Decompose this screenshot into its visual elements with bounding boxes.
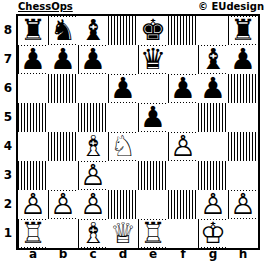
piece-black-pawn[interactable]: ♟ — [49, 46, 77, 73]
piece-black-rook[interactable]: ♜ — [19, 17, 47, 44]
piece-black-knight[interactable]: ♞ — [49, 17, 77, 44]
square-g6[interactable]: ♟ — [198, 74, 228, 103]
piece-black-pawn[interactable]: ♟ — [109, 75, 137, 102]
piece-black-pawn[interactable]: ♟ — [19, 46, 47, 73]
file-label-e: e — [138, 248, 168, 262]
square-e5[interactable]: ♟ — [138, 103, 168, 132]
rank-label-2: 2 — [0, 190, 16, 219]
square-b5[interactable] — [48, 103, 78, 132]
square-b3[interactable] — [48, 161, 78, 190]
chessops-window: ChessOps © EUdesign 87654321 ♜♞♝♚♜♟♟♟♛♝♟… — [0, 0, 270, 270]
square-e3[interactable] — [138, 161, 168, 190]
square-c2[interactable]: ♙ — [78, 190, 108, 219]
square-b1[interactable] — [48, 219, 78, 248]
rank-labels: 87654321 — [0, 16, 16, 248]
square-h1[interactable] — [228, 219, 258, 248]
square-f8[interactable] — [168, 16, 198, 45]
piece-white-pawn[interactable]: ♙ — [229, 191, 257, 218]
piece-white-queen[interactable]: ♕ — [109, 220, 137, 247]
rank-label-5: 5 — [0, 103, 16, 132]
square-c8[interactable]: ♝ — [78, 16, 108, 45]
square-a2[interactable]: ♙ — [18, 190, 48, 219]
piece-white-pawn[interactable]: ♙ — [49, 191, 77, 218]
square-b7[interactable]: ♟ — [48, 45, 78, 74]
square-e6[interactable] — [138, 74, 168, 103]
square-a8[interactable]: ♜ — [18, 16, 48, 45]
piece-white-pawn[interactable]: ♙ — [79, 191, 107, 218]
square-b8[interactable]: ♞ — [48, 16, 78, 45]
square-c4[interactable]: ♗ — [78, 132, 108, 161]
square-g2[interactable]: ♙ — [198, 190, 228, 219]
rank-label-3: 3 — [0, 161, 16, 190]
piece-black-pawn[interactable]: ♟ — [79, 46, 107, 73]
piece-black-king[interactable]: ♚ — [139, 17, 167, 44]
square-f1[interactable] — [168, 219, 198, 248]
file-label-a: a — [18, 248, 48, 262]
square-h2[interactable]: ♙ — [228, 190, 258, 219]
rank-label-7: 7 — [0, 45, 16, 74]
piece-white-pawn[interactable]: ♙ — [19, 191, 47, 218]
square-h4[interactable] — [228, 132, 258, 161]
piece-white-rook[interactable]: ♖ — [139, 220, 167, 247]
square-h8[interactable]: ♜ — [228, 16, 258, 45]
header-bar: ChessOps © EUdesign — [0, 0, 270, 14]
square-h5[interactable] — [228, 103, 258, 132]
square-d5[interactable] — [108, 103, 138, 132]
square-b2[interactable]: ♙ — [48, 190, 78, 219]
square-d3[interactable] — [108, 161, 138, 190]
file-label-g: g — [198, 248, 228, 262]
square-a7[interactable]: ♟ — [18, 45, 48, 74]
piece-black-bishop[interactable]: ♝ — [79, 17, 107, 44]
square-g4[interactable] — [198, 132, 228, 161]
square-c7[interactable]: ♟ — [78, 45, 108, 74]
square-e2[interactable] — [138, 190, 168, 219]
square-d7[interactable] — [108, 45, 138, 74]
rank-label-4: 4 — [0, 132, 16, 161]
square-f5[interactable] — [168, 103, 198, 132]
file-label-h: h — [228, 248, 258, 262]
square-a5[interactable] — [18, 103, 48, 132]
square-c3[interactable]: ♙ — [78, 161, 108, 190]
piece-black-pawn[interactable]: ♟ — [169, 75, 197, 102]
piece-black-pawn[interactable]: ♟ — [199, 75, 227, 102]
piece-black-pawn[interactable]: ♟ — [139, 104, 167, 131]
chess-board: ♜♞♝♚♜♟♟♟♛♝♟♟♟♟♟♗♘♙♙♙♙♙♙♙♖♗♕♖♔ — [16, 14, 260, 250]
square-f6[interactable]: ♟ — [168, 74, 198, 103]
rank-label-8: 8 — [0, 16, 16, 45]
square-g8[interactable] — [198, 16, 228, 45]
square-a1[interactable]: ♖ — [18, 219, 48, 248]
square-d2[interactable] — [108, 190, 138, 219]
piece-white-rook[interactable]: ♖ — [19, 220, 47, 247]
square-f2[interactable] — [168, 190, 198, 219]
square-c5[interactable] — [78, 103, 108, 132]
square-e4[interactable] — [138, 132, 168, 161]
square-e1[interactable]: ♖ — [138, 219, 168, 248]
piece-black-rook[interactable]: ♜ — [229, 17, 257, 44]
rank-label-1: 1 — [0, 219, 16, 248]
square-e7[interactable]: ♛ — [138, 45, 168, 74]
piece-white-bishop[interactable]: ♗ — [79, 133, 107, 160]
square-a6[interactable] — [18, 74, 48, 103]
rank-label-6: 6 — [0, 74, 16, 103]
square-g7[interactable]: ♝ — [198, 45, 228, 74]
square-h7[interactable]: ♟ — [228, 45, 258, 74]
piece-white-pawn[interactable]: ♙ — [169, 133, 197, 160]
square-h6[interactable] — [228, 74, 258, 103]
file-label-d: d — [108, 248, 138, 262]
square-d6[interactable]: ♟ — [108, 74, 138, 103]
square-a4[interactable] — [18, 132, 48, 161]
square-f3[interactable] — [168, 161, 198, 190]
app-title: ChessOps — [18, 1, 73, 12]
piece-black-bishop[interactable]: ♝ — [199, 46, 227, 73]
square-h3[interactable] — [228, 161, 258, 190]
piece-white-pawn[interactable]: ♙ — [79, 162, 107, 189]
piece-black-pawn[interactable]: ♟ — [229, 46, 257, 73]
square-b4[interactable] — [48, 132, 78, 161]
square-b6[interactable] — [48, 74, 78, 103]
square-c1[interactable]: ♗ — [78, 219, 108, 248]
square-f7[interactable] — [168, 45, 198, 74]
piece-black-queen[interactable]: ♛ — [139, 46, 167, 73]
file-labels: abcdefgh — [18, 248, 258, 262]
square-f4[interactable]: ♙ — [168, 132, 198, 161]
square-a3[interactable] — [18, 161, 48, 190]
square-e8[interactable]: ♚ — [138, 16, 168, 45]
credit-text: © EUdesign — [198, 1, 264, 12]
square-g5[interactable] — [198, 103, 228, 132]
piece-white-king[interactable]: ♔ — [199, 220, 227, 247]
file-label-c: c — [78, 248, 108, 262]
square-d1[interactable]: ♕ — [108, 219, 138, 248]
piece-white-pawn[interactable]: ♙ — [199, 191, 227, 218]
file-label-f: f — [168, 248, 198, 262]
file-label-b: b — [48, 248, 78, 262]
square-c6[interactable] — [78, 74, 108, 103]
square-d8[interactable] — [108, 16, 138, 45]
square-d4[interactable]: ♘ — [108, 132, 138, 161]
square-g3[interactable] — [198, 161, 228, 190]
piece-white-knight[interactable]: ♘ — [109, 133, 137, 160]
square-g1[interactable]: ♔ — [198, 219, 228, 248]
piece-white-bishop[interactable]: ♗ — [79, 220, 107, 247]
